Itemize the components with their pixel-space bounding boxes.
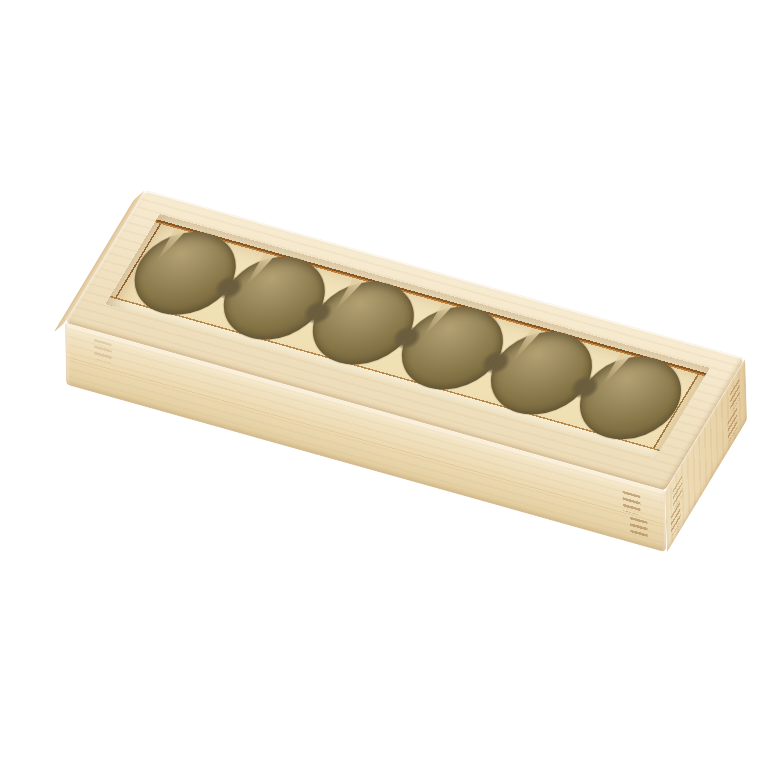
product-photo-scene: [0, 0, 768, 768]
pit-cone-highlight: [147, 227, 186, 265]
mancala-box: [0, 0, 768, 768]
finger-joint-marks: [630, 517, 648, 538]
finger-joint-marks: [94, 339, 112, 364]
finger-joint-marks: [623, 491, 641, 516]
finger-joint-marks: [728, 407, 738, 442]
